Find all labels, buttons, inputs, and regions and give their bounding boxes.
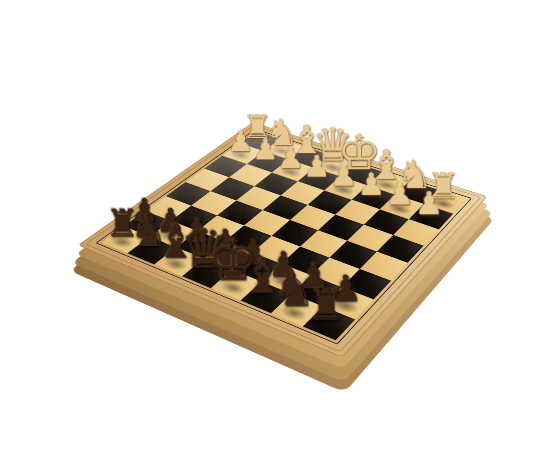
chess-board: ♜♞♝♛♚♝♞♜♟♟♟♟♟♟♟♟♟♟♟♟♟♟♟♟♜♞♝♛♚♝♞♜: [78, 122, 488, 358]
piece-black-rook[interactable]: ♜: [307, 283, 345, 326]
product-photo-scene: ♜♞♝♛♚♝♞♜♟♟♟♟♟♟♟♟♟♟♟♟♟♟♟♟♜♞♝♛♚♝♞♜: [0, 0, 550, 450]
